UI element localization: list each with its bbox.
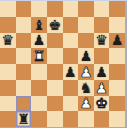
black-pawn-piece: ♟ [64,64,77,78]
square-c2[interactable] [31,96,47,112]
square-e6[interactable] [63,33,79,49]
square-a6[interactable]: ♛ [0,33,16,49]
chess-board: ♝♚♛♟♛♟♜♟♟♟♟♞♟♟♚♜ [0,1,125,127]
black-pawn-piece: ♟ [80,49,93,63]
square-e2[interactable] [63,96,79,112]
square-f1[interactable] [78,111,94,127]
square-h4[interactable] [109,64,125,80]
square-f5[interactable]: ♟ [78,48,94,64]
black-pawn-piece: ♟ [111,33,124,47]
square-a2[interactable] [0,96,16,112]
square-d3[interactable] [47,80,63,96]
square-a3[interactable] [0,80,16,96]
square-b5[interactable] [16,48,32,64]
square-c4[interactable] [31,64,47,80]
square-g6[interactable]: ♛ [94,33,110,49]
square-b3[interactable] [16,80,32,96]
square-d2[interactable] [47,96,63,112]
square-d4[interactable] [47,64,63,80]
square-e5[interactable] [63,48,79,64]
black-rook-piece: ♜ [17,112,30,126]
square-d8[interactable] [47,1,63,17]
square-e7[interactable] [63,17,79,33]
square-g3[interactable]: ♟ [94,80,110,96]
square-h6[interactable]: ♟ [109,33,125,49]
square-g2[interactable]: ♚ [94,96,110,112]
square-e4[interactable]: ♟ [63,64,79,80]
square-b4[interactable] [16,64,32,80]
square-h3[interactable] [109,80,125,96]
white-king-piece: ♚ [95,96,108,110]
square-e3[interactable] [63,80,79,96]
square-h2[interactable] [109,96,125,112]
black-pawn-piece: ♟ [95,64,108,78]
square-c7[interactable]: ♝ [31,17,47,33]
square-c8[interactable] [31,1,47,17]
square-c6[interactable]: ♟ [31,33,47,49]
board-frame: ♝♚♛♟♛♟♜♟♟♟♟♞♟♟♚♜ [0,0,127,128]
square-e1[interactable] [63,111,79,127]
square-b8[interactable] [16,1,32,17]
square-f6[interactable] [78,33,94,49]
square-h8[interactable] [109,1,125,17]
square-a7[interactable] [0,17,16,33]
black-pawn-piece: ♟ [33,33,46,47]
square-d7[interactable]: ♚ [47,17,63,33]
square-d6[interactable] [47,33,63,49]
square-b6[interactable] [16,33,32,49]
square-c1[interactable] [31,111,47,127]
square-f3[interactable]: ♞ [78,80,94,96]
square-e8[interactable] [63,1,79,17]
square-g5[interactable] [94,48,110,64]
square-h5[interactable] [109,48,125,64]
black-queen-piece: ♛ [95,33,108,47]
square-b7[interactable] [16,17,32,33]
square-a1[interactable] [0,111,16,127]
square-f8[interactable] [78,1,94,17]
square-d1[interactable] [47,111,63,127]
black-king-piece: ♚ [48,17,61,31]
white-pawn-piece: ♟ [80,64,93,78]
square-b2[interactable] [16,96,32,112]
square-f7[interactable] [78,17,94,33]
square-f4[interactable]: ♟ [78,64,94,80]
square-f2[interactable]: ♟ [78,96,94,112]
square-c5[interactable]: ♜ [31,48,47,64]
white-pawn-piece: ♟ [95,80,108,94]
black-bishop-piece: ♝ [33,17,46,31]
square-b1[interactable]: ♜ [16,111,32,127]
square-g4[interactable]: ♟ [94,64,110,80]
square-g8[interactable] [94,1,110,17]
square-a8[interactable] [0,1,16,17]
black-knight-piece: ♞ [80,80,93,94]
black-queen-piece: ♛ [2,33,15,47]
square-c3[interactable] [31,80,47,96]
square-g1[interactable] [94,111,110,127]
square-a5[interactable] [0,48,16,64]
square-a4[interactable] [0,64,16,80]
square-h1[interactable] [109,111,125,127]
square-d5[interactable] [47,48,63,64]
square-h7[interactable] [109,17,125,33]
square-g7[interactable] [94,17,110,33]
white-rook-piece: ♜ [33,49,46,63]
white-pawn-piece: ♟ [80,96,93,110]
